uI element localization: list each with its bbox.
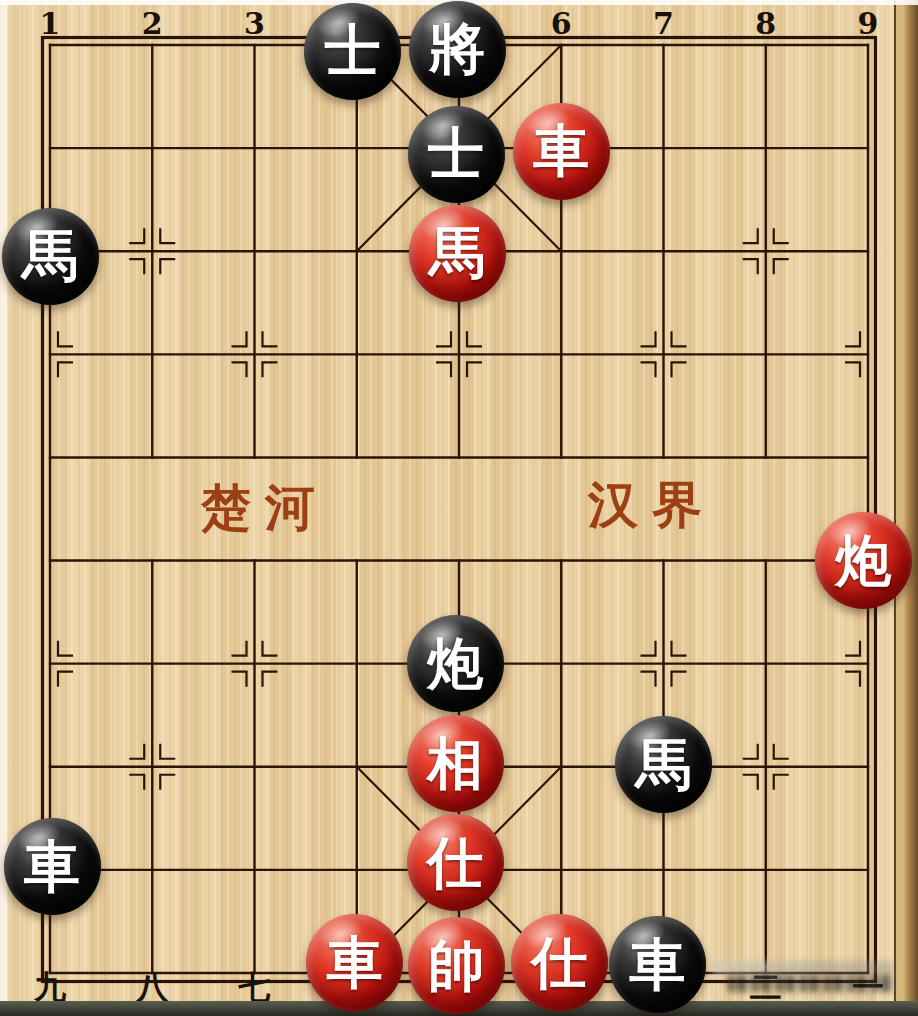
board-right-edge (894, 0, 918, 1001)
xiangqi-board[interactable]: 楚河 汉界 123456789 九八七六五四三二一 士將士車馬馬炮炮相馬車仕車帥… (0, 0, 918, 1016)
watermark (712, 956, 904, 1000)
black-advisor[interactable]: 士 (408, 106, 505, 203)
piece-character: 馬 (636, 737, 692, 793)
piece-character: 車 (24, 839, 80, 895)
piece-character: 車 (327, 935, 383, 991)
file-label-top-8: 8 (755, 6, 776, 41)
file-label-top-7: 7 (653, 6, 674, 41)
file-label-bottom-3: 七 (239, 971, 271, 1003)
black-cannon[interactable]: 炮 (407, 615, 504, 712)
piece-character: 仕 (531, 935, 587, 991)
piece-character: 相 (427, 736, 483, 792)
piece-character: 士 (325, 23, 381, 79)
file-label-top-9: 9 (858, 6, 879, 41)
red-advisor[interactable]: 仕 (407, 814, 504, 911)
black-horse[interactable]: 馬 (615, 716, 712, 813)
black-horse[interactable]: 馬 (2, 208, 99, 305)
file-label-bottom-2: 八 (136, 971, 168, 1003)
red-cannon[interactable]: 炮 (815, 512, 912, 609)
black-general[interactable]: 將 (409, 1, 506, 98)
piece-character: 車 (630, 937, 686, 993)
file-label-top-2: 2 (142, 6, 163, 41)
file-label-top-1: 1 (40, 6, 61, 41)
piece-character: 炮 (427, 636, 483, 692)
piece-character: 馬 (429, 225, 485, 281)
river-label-chu-he: 楚河 (201, 475, 329, 542)
red-chariot[interactable]: 車 (513, 103, 610, 200)
river-label-han-jie: 汉界 (588, 472, 716, 539)
watermark-blur-text (728, 975, 896, 992)
red-advisor[interactable]: 仕 (511, 914, 608, 1011)
piece-character: 馬 (22, 228, 78, 284)
piece-character: 帥 (428, 938, 484, 994)
piece-character: 士 (428, 126, 484, 182)
black-advisor[interactable]: 士 (304, 3, 401, 100)
piece-character: 炮 (835, 533, 891, 589)
black-chariot[interactable]: 車 (609, 916, 706, 1013)
piece-character: 仕 (427, 835, 483, 891)
file-label-top-6: 6 (551, 6, 572, 41)
watermark-blur-top (712, 961, 894, 974)
black-chariot[interactable]: 車 (4, 818, 101, 915)
piece-character: 將 (429, 21, 485, 77)
red-horse[interactable]: 馬 (409, 205, 506, 302)
red-general[interactable]: 帥 (408, 917, 505, 1014)
red-elephant[interactable]: 相 (407, 715, 504, 812)
piece-character: 車 (533, 123, 589, 179)
file-label-top-3: 3 (244, 6, 265, 41)
file-label-bottom-1: 九 (34, 971, 66, 1003)
